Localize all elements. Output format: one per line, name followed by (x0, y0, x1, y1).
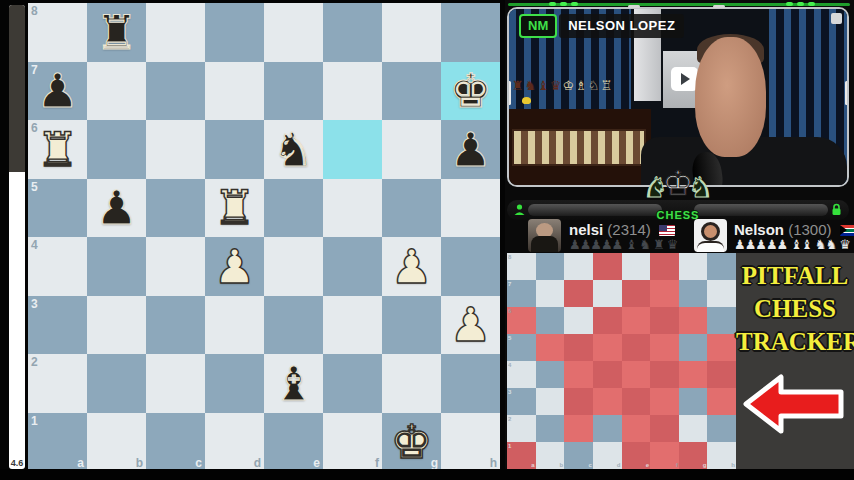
rank-label-3: 3 (31, 298, 38, 310)
square-g7[interactable] (382, 62, 441, 121)
file-label-h: h (731, 462, 735, 468)
square-f2[interactable] (323, 354, 382, 413)
rank-label-6: 6 (31, 122, 38, 134)
rank-label-7: 7 (31, 64, 38, 76)
square-h2[interactable] (441, 354, 500, 413)
black-rook[interactable]: ♜ (87, 3, 146, 62)
tracker-square-c1: c (564, 442, 593, 469)
rank-label-8: 8 (508, 254, 511, 260)
tracker-square-d3 (593, 388, 622, 415)
tracker-square-g8 (679, 253, 708, 280)
tracker-square-d2 (593, 415, 622, 442)
tracker-square-b7 (536, 280, 565, 307)
frame-corner-box (831, 13, 842, 24)
square-g4[interactable]: ♟ (382, 237, 441, 296)
physical-chessboard (512, 129, 647, 166)
black-bishop[interactable]: ♝ (264, 354, 323, 413)
tracker-square-c5 (564, 334, 593, 361)
square-e6[interactable]: ♞ (264, 120, 323, 179)
title-badge: NM (519, 14, 557, 38)
rank-label-8: 8 (31, 5, 38, 17)
square-a5[interactable]: 5 (28, 179, 87, 238)
black-pawn[interactable]: ♟ (87, 179, 146, 238)
pitfall-tracker-board: 87654321abcdefgh (507, 253, 736, 469)
za-flag-icon (840, 225, 854, 236)
white-pawn[interactable]: ♟ (382, 237, 441, 296)
evaluation-bar-black-portion (9, 5, 25, 172)
square-h8[interactable] (441, 3, 500, 62)
file-label-e: e (646, 462, 649, 468)
file-label-b: b (560, 462, 564, 468)
tracker-square-f1: f (650, 442, 679, 469)
physical-pieces-light: ♔♗♘♖ (562, 78, 613, 93)
file-label-d: d (617, 462, 621, 468)
file-label-c: c (195, 457, 202, 469)
square-d6[interactable] (205, 120, 264, 179)
square-b8[interactable]: ♜ (87, 3, 146, 62)
square-g3[interactable] (382, 296, 441, 355)
rank-label-2: 2 (508, 416, 511, 422)
square-c4[interactable] (146, 237, 205, 296)
file-label-f: f (676, 462, 678, 468)
black-player-name: Nelson (1300) (734, 221, 854, 238)
square-d7[interactable] (205, 62, 264, 121)
tracker-square-c2 (564, 415, 593, 442)
tracker-square-h1: h (707, 442, 736, 469)
tracker-square-b8 (536, 253, 565, 280)
square-h5[interactable] (441, 179, 500, 238)
white-player-avatar (528, 219, 561, 252)
tracker-square-h6 (707, 307, 736, 334)
square-f4[interactable] (323, 237, 382, 296)
file-label-e: e (313, 457, 320, 469)
square-c5[interactable] (146, 179, 205, 238)
tracker-square-b6 (536, 307, 565, 334)
streamer-badge: NM NELSON LOPEZ (519, 14, 684, 38)
tracker-square-c7 (564, 280, 593, 307)
tracker-square-h3 (707, 388, 736, 415)
tracker-square-d4 (593, 361, 622, 388)
square-c3[interactable] (146, 296, 205, 355)
square-d1[interactable]: d (205, 413, 264, 472)
square-h6[interactable]: ♟ (441, 120, 500, 179)
file-label-c: c (589, 462, 592, 468)
tracker-square-g2 (679, 415, 708, 442)
tracker-square-b2 (536, 415, 565, 442)
tracker-square-a5: 5 (507, 334, 536, 361)
tracker-square-g7 (679, 280, 708, 307)
tracker-square-g6 (679, 307, 708, 334)
white-pawn[interactable]: ♟ (441, 296, 500, 355)
tracker-square-e5 (622, 334, 651, 361)
avatar-body (531, 236, 558, 252)
tracker-square-e1: e (622, 442, 651, 469)
progress-dash (808, 2, 815, 6)
bar-dash-left (628, 5, 640, 8)
black-captured-glyphs: ♟♟♟♟♟ ♝♝ ♞♞ ♛ (734, 237, 850, 252)
square-h3[interactable]: ♟ (441, 296, 500, 355)
tracker-square-g3 (679, 388, 708, 415)
tracker-square-f2 (650, 415, 679, 442)
square-e2[interactable]: ♝ (264, 354, 323, 413)
tracker-square-d7 (593, 280, 622, 307)
tracker-square-g5 (679, 334, 708, 361)
square-a8[interactable]: 8 (28, 3, 87, 62)
square-b4[interactable] (87, 237, 146, 296)
tracker-title-line1: PITFALL (736, 263, 854, 288)
white-pawn[interactable]: ♟ (205, 237, 264, 296)
square-h7[interactable]: ♚ (441, 62, 500, 121)
file-label-h: h (490, 457, 497, 469)
tracker-square-f8 (650, 253, 679, 280)
square-f8[interactable] (323, 3, 382, 62)
frame-tick-left (508, 81, 511, 105)
rank-label-3: 3 (508, 389, 511, 395)
file-label-g: g (431, 457, 438, 469)
tracker-square-a2: 2 (507, 415, 536, 442)
square-d4[interactable]: ♟ (205, 237, 264, 296)
square-f3[interactable] (323, 296, 382, 355)
streamer-face (695, 37, 766, 157)
square-c8[interactable] (146, 3, 205, 62)
progress-dash (786, 2, 793, 6)
channel-logo: ♞ ♔ ♞ CHESS (639, 163, 717, 223)
tracker-square-h5 (707, 334, 736, 361)
progress-dash (549, 2, 556, 6)
tracker-square-a3: 3 (507, 388, 536, 415)
tracker-square-c3 (564, 388, 593, 415)
square-a3[interactable]: 3 (28, 296, 87, 355)
tracker-square-e8 (622, 253, 651, 280)
black-player-avatar (694, 219, 727, 252)
square-c2[interactable] (146, 354, 205, 413)
tracker-square-e6 (622, 307, 651, 334)
square-e8[interactable] (264, 3, 323, 62)
stream-frame: 4.6 8♜7♟♚6♜♞♟5♟♜4♟♟3♟2♝1abcdefg♚h ♜♞♝♛♔♗… (0, 0, 854, 480)
physical-pieces-dark: ♜♞♝♛ (512, 78, 563, 93)
bottom-black-band (0, 469, 854, 480)
logo-text: CHESS (657, 209, 700, 221)
tracker-square-b1: b (536, 442, 565, 469)
tracker-square-e4 (622, 361, 651, 388)
square-d3[interactable] (205, 296, 264, 355)
square-c1[interactable]: c (146, 413, 205, 472)
white-player-name: nelsi (2314) (569, 221, 675, 238)
square-g5[interactable] (382, 179, 441, 238)
streamer-name: NELSON LOPEZ (559, 14, 684, 38)
square-e7[interactable] (264, 62, 323, 121)
tracker-title-line2: CHESS (736, 296, 854, 321)
tracker-square-c8 (564, 253, 593, 280)
chess-board: 8♜7♟♚6♜♞♟5♟♜4♟♟3♟2♝1abcdefg♚h (28, 3, 500, 471)
square-e3[interactable] (264, 296, 323, 355)
tracker-square-a7: 7 (507, 280, 536, 307)
square-d5[interactable]: ♜ (205, 179, 264, 238)
tracker-square-e7 (622, 280, 651, 307)
tracker-square-a1: 1a (507, 442, 536, 469)
person-icon (513, 203, 526, 216)
file-label-b: b (136, 457, 143, 469)
rank-label-5: 5 (508, 335, 511, 341)
file-label-g: g (703, 462, 707, 468)
square-d2[interactable] (205, 354, 264, 413)
tracker-square-h7 (707, 280, 736, 307)
square-c6[interactable] (146, 120, 205, 179)
chess-table: ♜♞♝♛♔♗♘♖ (509, 109, 651, 185)
rank-label-1: 1 (31, 415, 38, 427)
square-f5[interactable] (323, 179, 382, 238)
black-knight[interactable]: ♞ (264, 120, 323, 179)
white-name-text: nelsi (569, 221, 603, 238)
progress-dash (571, 2, 578, 6)
tracker-square-f3 (650, 388, 679, 415)
square-d8[interactable] (205, 3, 264, 62)
square-e5[interactable] (264, 179, 323, 238)
square-a1[interactable]: 1a (28, 413, 87, 472)
rank-label-1: 1 (508, 443, 511, 449)
square-f6[interactable] (323, 120, 382, 179)
square-g1[interactable]: g♚ (382, 413, 441, 472)
square-f7[interactable] (323, 62, 382, 121)
square-b5[interactable]: ♟ (87, 179, 146, 238)
black-pawn[interactable]: ♟ (441, 120, 500, 179)
tracker-square-f7 (650, 280, 679, 307)
white-captured-pieces: ♟♟♟♟♟ ♝ ♞ ♜ ♛ (569, 237, 677, 252)
file-label-f: f (375, 457, 379, 469)
tracker-square-b4 (536, 361, 565, 388)
square-e4[interactable] (264, 237, 323, 296)
tracker-square-d6 (593, 307, 622, 334)
white-rook[interactable]: ♜ (205, 179, 264, 238)
black-captured-pieces: ♟♟♟♟♟ ♝♝ ♞♞ ♛+1 (734, 237, 854, 252)
logo-knight-right-icon: ♞ (688, 171, 713, 204)
tracker-square-h4 (707, 361, 736, 388)
file-label-a: a (77, 457, 84, 469)
black-name-text: Nelson (734, 221, 784, 238)
tracker-square-g1: g (679, 442, 708, 469)
tracker-square-c4 (564, 361, 593, 388)
rank-label-7: 7 (508, 281, 511, 287)
square-g2[interactable] (382, 354, 441, 413)
square-h1[interactable]: h (441, 413, 500, 472)
black-king[interactable]: ♚ (441, 62, 500, 121)
frame-tick-right (845, 81, 848, 105)
tracker-square-a8: 8 (507, 253, 536, 280)
file-label-d: d (254, 457, 261, 469)
lock-icon (830, 203, 843, 216)
tracker-square-c6 (564, 307, 593, 334)
square-g8[interactable] (382, 3, 441, 62)
us-flag-icon (659, 225, 675, 236)
file-label-a: a (531, 462, 534, 468)
square-a2[interactable]: 2 (28, 354, 87, 413)
evaluation-value: 4.6 (9, 458, 25, 468)
white-rating: (2314) (607, 221, 650, 238)
tracker-square-a4: 4 (507, 361, 536, 388)
rank-label-5: 5 (31, 181, 38, 193)
rubber-duck (522, 97, 531, 104)
square-a7[interactable]: 7♟ (28, 62, 87, 121)
rank-label-4: 4 (508, 362, 511, 368)
avatar-body (697, 241, 724, 252)
evaluation-bar: 4.6 (9, 5, 25, 469)
square-b2[interactable] (87, 354, 146, 413)
rank-label-2: 2 (31, 356, 38, 368)
tracker-title-line3: TRACKER (736, 329, 854, 354)
square-b6[interactable] (87, 120, 146, 179)
square-b1[interactable]: b (87, 413, 146, 472)
square-h4[interactable] (441, 237, 500, 296)
square-b3[interactable] (87, 296, 146, 355)
tracker-square-e2 (622, 415, 651, 442)
square-e1[interactable]: e (264, 413, 323, 472)
tracker-square-b5 (536, 334, 565, 361)
square-c7[interactable] (146, 62, 205, 121)
tracker-square-f5 (650, 334, 679, 361)
tracker-square-d5 (593, 334, 622, 361)
rank-label-6: 6 (508, 308, 511, 314)
rank-label-4: 4 (31, 239, 38, 251)
square-b7[interactable] (87, 62, 146, 121)
black-rating: (1300) (788, 221, 831, 238)
tracker-square-f6 (650, 307, 679, 334)
avatar-head (701, 222, 720, 241)
white-captured-glyphs: ♟♟♟♟♟ ♝ ♞ ♜ ♛ (569, 237, 677, 252)
tracker-square-e3 (622, 388, 651, 415)
square-a6[interactable]: 6♜ (28, 120, 87, 179)
square-f1[interactable]: f (323, 413, 382, 472)
tracker-square-b3 (536, 388, 565, 415)
tracker-square-d1: d (593, 442, 622, 469)
tracker-square-f4 (650, 361, 679, 388)
tracker-square-d8 (593, 253, 622, 280)
square-a4[interactable]: 4 (28, 237, 87, 296)
progress-dash (560, 2, 567, 6)
square-g6[interactable] (382, 120, 441, 179)
left-arrow-icon (741, 371, 847, 437)
progress-dash (797, 2, 804, 6)
tracker-square-a6: 6 (507, 307, 536, 334)
tracker-square-g4 (679, 361, 708, 388)
bar-dash-right (713, 5, 725, 8)
tracker-square-h8 (707, 253, 736, 280)
tracker-square-h2 (707, 415, 736, 442)
